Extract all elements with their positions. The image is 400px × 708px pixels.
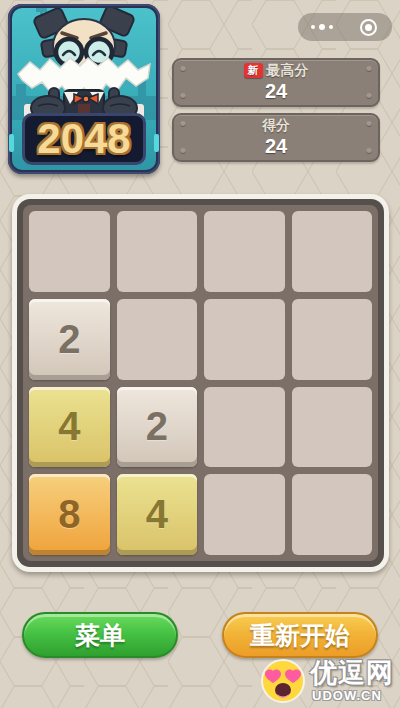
rivet [180,121,186,127]
scoreboard: 新 最高分 24 得分 24 [172,58,380,162]
rivet [180,66,186,72]
cell-r3c2: 2 [117,387,198,468]
best-score-panel: 新 最高分 24 [172,58,380,107]
logo-accent-right [154,134,159,152]
game-board[interactable]: 24284 [12,194,389,572]
exit-mini-program-button[interactable] [345,13,392,41]
restart-button[interactable]: 重新开始 [222,612,378,658]
cell-r2c4 [292,299,373,380]
new-record-badge: 新 [244,63,263,78]
best-score-label-row: 新 最高分 [244,63,309,78]
current-score-label: 得分 [262,118,290,133]
rivet [180,93,186,99]
watermark-site-name: 优逗网 [310,660,394,687]
rivet [366,121,372,127]
record-circle-icon [360,19,377,36]
cell-r3c3 [204,387,285,468]
watermark-site-url: UDOW.CN [312,689,394,702]
tile-2: 2 [117,387,198,468]
heart-eyes-emoji-icon [260,658,306,704]
cell-r2c3 [204,299,285,380]
rivet [180,148,186,154]
logo-title-plate: 2048 [22,113,146,165]
rivet [366,66,372,72]
rivet [366,93,372,99]
cell-r3c4 [292,387,373,468]
current-score-label-row: 得分 [262,118,290,133]
cell-r4c2: 4 [117,474,198,555]
logo-title: 2048 [37,118,130,160]
rivet [366,148,372,154]
cell-r1c1 [29,211,110,292]
tile-2: 2 [29,299,110,380]
board-grid[interactable]: 24284 [23,205,378,561]
cell-r1c3 [204,211,285,292]
menu-button[interactable]: 菜单 [22,612,178,658]
board-frame: 24284 [17,199,384,567]
best-score-value: 24 [265,80,287,102]
wechat-capsule[interactable] [298,13,392,41]
ellipsis-icon [311,24,333,30]
tile-8: 8 [29,474,110,555]
logo-screen: 2048 [12,8,156,170]
cell-r1c4 [292,211,373,292]
mad-scientist-illustration [12,8,156,120]
cell-r3c1: 4 [29,387,110,468]
cell-r2c1: 2 [29,299,110,380]
site-watermark: 优逗网 UDOW.CN [260,658,394,704]
cell-r4c3 [204,474,285,555]
current-score-value: 24 [265,135,287,157]
game-logo-card: 2048 [8,4,160,174]
tile-4: 4 [29,387,110,468]
cell-r1c2 [117,211,198,292]
cell-r4c4 [292,474,373,555]
cell-r4c1: 8 [29,474,110,555]
current-score-panel: 得分 24 [172,113,380,162]
best-score-label: 最高分 [267,63,309,78]
tile-4: 4 [117,474,198,555]
more-options-button[interactable] [298,13,345,41]
cell-r2c2 [117,299,198,380]
logo-accent-left [9,134,14,152]
